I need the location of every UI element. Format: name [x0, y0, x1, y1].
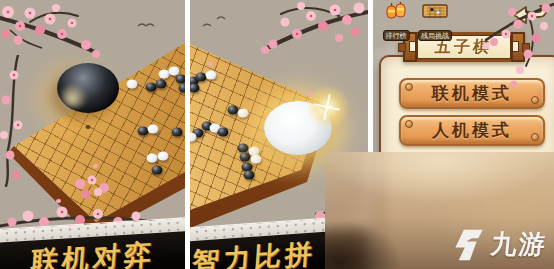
white-stone: [190, 132, 197, 141]
blur-watermark-overlay: 九游: [325, 152, 554, 269]
screenshot-left: 联机对弈: [0, 0, 185, 269]
petal: [56, 199, 61, 203]
watermark: 九游: [452, 227, 547, 262]
white-stone: [264, 101, 332, 155]
lantern-icon: [385, 2, 407, 20]
banner-left-text: 联机对弈: [29, 236, 156, 269]
back-button[interactable]: [512, 4, 548, 34]
black-stone: [217, 128, 228, 137]
white-stone: [157, 152, 168, 161]
black-stone: [152, 166, 163, 175]
black-stone: [155, 79, 166, 88]
nav-endgame-label: 残局挑战: [418, 30, 452, 41]
petal: [93, 164, 98, 168]
black-stone: [172, 128, 183, 137]
black-stone: [175, 75, 185, 84]
vs-ai-mode-button[interactable]: 人机模式: [399, 115, 545, 146]
black-stone: [237, 143, 248, 152]
nav-leaderboard-label: 排行榜: [383, 30, 410, 41]
star-stone: [85, 125, 90, 129]
nav-endgame-challenge[interactable]: 残局挑战: [413, 2, 457, 42]
white-stone: [205, 71, 216, 80]
petal: [208, 62, 213, 66]
watermark-text: 九游: [489, 227, 549, 262]
title-frame-right: [511, 32, 525, 62]
black-stone: [190, 83, 199, 92]
mini-board-icon: [422, 2, 448, 20]
mode-buttons: 联机模式 人机模式: [399, 78, 545, 152]
black-stone: [57, 63, 119, 113]
jiuyou-logo-icon: [452, 228, 486, 262]
black-stone: [243, 171, 254, 180]
page: 联机对弈 智力比拼: [0, 0, 554, 269]
black-stone: [239, 153, 250, 162]
nav-leaderboard[interactable]: 排行榜: [379, 2, 413, 42]
white-stone: [250, 154, 261, 163]
white-stone: [147, 153, 158, 162]
white-stone: [237, 108, 248, 117]
white-stone: [127, 79, 138, 88]
banner-middle-text: 智力比拼: [191, 235, 317, 269]
black-stone: [179, 83, 185, 92]
back-arrow-icon: [512, 4, 548, 30]
white-stone: [147, 125, 158, 134]
online-mode-button[interactable]: 联机模式: [399, 78, 545, 109]
